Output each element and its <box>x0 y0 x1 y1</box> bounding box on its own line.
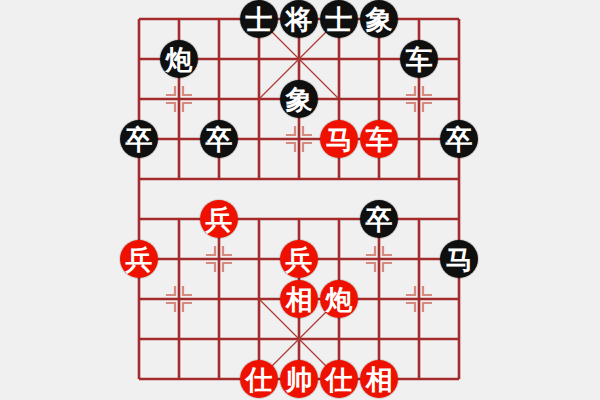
piece-black-elephant[interactable]: 象 <box>360 0 398 38</box>
piece-black-horse[interactable]: 马 <box>440 240 478 278</box>
piece-black-advisor[interactable]: 士 <box>320 0 358 38</box>
piece-black-cannon[interactable]: 炮 <box>160 40 198 78</box>
piece-black-advisor[interactable]: 士 <box>240 0 278 38</box>
piece-red-horse[interactable]: 马 <box>320 120 358 158</box>
piece-black-pawn[interactable]: 卒 <box>120 120 158 158</box>
piece-red-pawn[interactable]: 兵 <box>200 200 238 238</box>
piece-black-elephant[interactable]: 象 <box>280 80 318 118</box>
piece-red-advisor[interactable]: 仕 <box>320 360 358 398</box>
piece-red-general[interactable]: 帅 <box>280 360 318 398</box>
piece-black-pawn[interactable]: 卒 <box>200 120 238 158</box>
board-cells: 士将士象炮车象卒卒马车卒兵卒兵兵马相炮仕帅仕相 <box>119 0 479 399</box>
piece-red-pawn[interactable]: 兵 <box>280 240 318 278</box>
piece-black-pawn[interactable]: 卒 <box>440 120 478 158</box>
piece-red-elephant[interactable]: 相 <box>360 360 398 398</box>
xiangqi-board-screenshot: 士将士象炮车象卒卒马车卒兵卒兵兵马相炮仕帅仕相 <box>0 0 600 400</box>
piece-black-pawn[interactable]: 卒 <box>360 200 398 238</box>
piece-red-elephant[interactable]: 相 <box>280 280 318 318</box>
piece-black-general[interactable]: 将 <box>280 0 318 38</box>
piece-red-pawn[interactable]: 兵 <box>120 240 158 278</box>
piece-red-advisor[interactable]: 仕 <box>240 360 278 398</box>
piece-red-cannon[interactable]: 炮 <box>320 280 358 318</box>
piece-red-chariot[interactable]: 车 <box>360 120 398 158</box>
piece-black-chariot[interactable]: 车 <box>400 40 438 78</box>
